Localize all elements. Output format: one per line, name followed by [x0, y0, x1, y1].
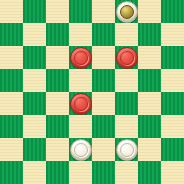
- light-square: [23, 115, 46, 138]
- dark-square[interactable]: [161, 46, 184, 69]
- piece-ring: [74, 97, 88, 111]
- light-square: [46, 92, 69, 115]
- dark-square[interactable]: [92, 115, 115, 138]
- piece-ring: [120, 51, 134, 65]
- dark-square[interactable]: [92, 23, 115, 46]
- light-square: [115, 161, 138, 184]
- light-square: [69, 161, 92, 184]
- piece-ring: [74, 143, 88, 157]
- dark-square[interactable]: [23, 46, 46, 69]
- dark-square[interactable]: [46, 69, 69, 92]
- dark-square[interactable]: [115, 0, 138, 23]
- light-square: [115, 69, 138, 92]
- light-square: [23, 69, 46, 92]
- dark-square[interactable]: [69, 92, 92, 115]
- dark-square[interactable]: [138, 23, 161, 46]
- white-king-piece[interactable]: [116, 1, 138, 23]
- dark-square[interactable]: [138, 115, 161, 138]
- light-square: [69, 115, 92, 138]
- white-man-piece[interactable]: [116, 139, 138, 161]
- light-square: [138, 92, 161, 115]
- light-square: [92, 138, 115, 161]
- light-square: [92, 92, 115, 115]
- dark-square[interactable]: [69, 138, 92, 161]
- light-square: [161, 69, 184, 92]
- dark-square[interactable]: [23, 0, 46, 23]
- dark-square[interactable]: [115, 46, 138, 69]
- piece-ring: [74, 51, 88, 65]
- dark-square[interactable]: [46, 23, 69, 46]
- dark-square[interactable]: [161, 0, 184, 23]
- light-square: [0, 138, 23, 161]
- red-man-piece[interactable]: [70, 47, 92, 69]
- light-square: [161, 23, 184, 46]
- light-square: [92, 0, 115, 23]
- checkers-board: [0, 0, 184, 184]
- light-square: [23, 23, 46, 46]
- light-square: [138, 46, 161, 69]
- dark-square[interactable]: [46, 115, 69, 138]
- light-square: [115, 115, 138, 138]
- white-man-piece[interactable]: [70, 139, 92, 161]
- dark-square[interactable]: [23, 92, 46, 115]
- piece-ring: [120, 143, 134, 157]
- light-square: [138, 138, 161, 161]
- king-crown-icon: [120, 5, 134, 19]
- light-square: [69, 69, 92, 92]
- dark-square[interactable]: [0, 161, 23, 184]
- light-square: [0, 46, 23, 69]
- light-square: [46, 0, 69, 23]
- dark-square[interactable]: [23, 138, 46, 161]
- light-square: [92, 46, 115, 69]
- light-square: [115, 23, 138, 46]
- dark-square[interactable]: [46, 161, 69, 184]
- light-square: [161, 115, 184, 138]
- red-man-piece[interactable]: [70, 93, 92, 115]
- light-square: [161, 161, 184, 184]
- dark-square[interactable]: [0, 23, 23, 46]
- dark-square[interactable]: [115, 138, 138, 161]
- dark-square[interactable]: [138, 69, 161, 92]
- dark-square[interactable]: [0, 69, 23, 92]
- dark-square[interactable]: [92, 161, 115, 184]
- light-square: [46, 46, 69, 69]
- dark-square[interactable]: [92, 69, 115, 92]
- dark-square[interactable]: [161, 138, 184, 161]
- light-square: [138, 0, 161, 23]
- dark-square[interactable]: [0, 115, 23, 138]
- dark-square[interactable]: [69, 0, 92, 23]
- dark-square[interactable]: [161, 92, 184, 115]
- dark-square[interactable]: [69, 46, 92, 69]
- light-square: [0, 92, 23, 115]
- light-square: [46, 138, 69, 161]
- light-square: [69, 23, 92, 46]
- red-man-piece[interactable]: [116, 47, 138, 69]
- light-square: [0, 0, 23, 23]
- dark-square[interactable]: [138, 161, 161, 184]
- light-square: [23, 161, 46, 184]
- dark-square[interactable]: [115, 92, 138, 115]
